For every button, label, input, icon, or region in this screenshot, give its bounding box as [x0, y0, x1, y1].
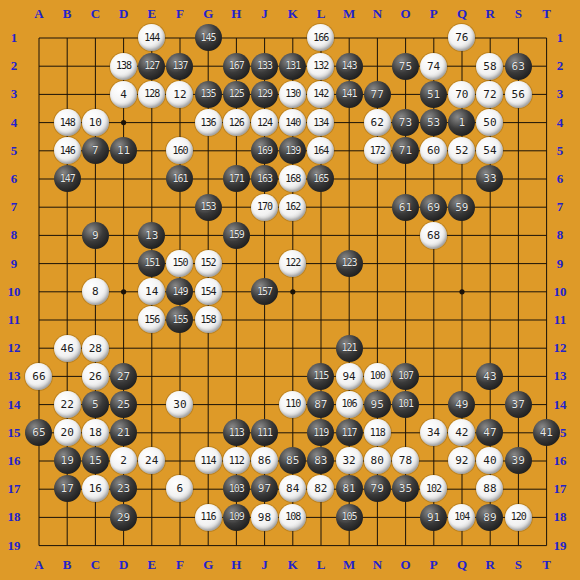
stone-white-move-84-K17[interactable]: 84 — [279, 475, 306, 502]
stone-white-move-94-M13[interactable]: 94 — [336, 363, 363, 390]
coord-label-right-14: 14 — [548, 397, 572, 413]
stone-black-move-129-J3[interactable]: 129 — [251, 81, 278, 108]
stone-black-move-103-H17[interactable]: 103 — [223, 475, 250, 502]
coord-label-left-4: 4 — [2, 115, 26, 131]
coord-label-left-18: 18 — [2, 509, 26, 525]
stone-white-move-172-N5[interactable]: 172 — [364, 137, 391, 164]
stone-white-move-156-E11[interactable]: 156 — [138, 306, 165, 333]
stone-white-move-146-B5[interactable]: 146 — [54, 137, 81, 164]
stone-white-move-40-R16[interactable]: 40 — [476, 447, 503, 474]
stone-black-move-153-G7[interactable]: 153 — [195, 194, 222, 221]
stone-white-move-52-Q5[interactable]: 52 — [448, 137, 475, 164]
coord-label-bottom-F: F — [168, 557, 192, 573]
coord-label-left-17: 17 — [2, 481, 26, 497]
stone-black-move-125-H3[interactable]: 125 — [223, 81, 250, 108]
stone-black-move-111-J15[interactable]: 111 — [251, 419, 278, 446]
stone-white-move-140-K4[interactable]: 140 — [279, 109, 306, 136]
coord-label-right-4: 4 — [548, 115, 572, 131]
coord-label-right-1: 1 — [548, 30, 572, 46]
stone-white-move-76-Q1[interactable]: 76 — [448, 24, 475, 51]
stone-white-move-154-G10[interactable]: 154 — [195, 278, 222, 305]
stone-white-move-160-F5[interactable]: 160 — [166, 137, 193, 164]
stone-white-move-92-Q16[interactable]: 92 — [448, 447, 475, 474]
stone-white-move-4-D3[interactable]: 4 — [110, 81, 137, 108]
coord-label-right-8: 8 — [548, 227, 572, 243]
stone-white-move-28-C12[interactable]: 28 — [82, 335, 109, 362]
stone-white-move-60-P5[interactable]: 60 — [420, 137, 447, 164]
stone-black-move-157-J10[interactable]: 157 — [251, 278, 278, 305]
stone-white-move-72-R3[interactable]: 72 — [476, 81, 503, 108]
stone-white-move-132-L2[interactable]: 132 — [307, 53, 334, 80]
coord-label-top-B: B — [55, 6, 79, 22]
stone-white-move-158-G11[interactable]: 158 — [195, 306, 222, 333]
stone-white-move-14-E10[interactable]: 14 — [138, 278, 165, 305]
stone-white-move-24-E16[interactable]: 24 — [138, 447, 165, 474]
coord-label-bottom-B: B — [55, 557, 79, 573]
stone-white-move-130-K3[interactable]: 130 — [279, 81, 306, 108]
stone-black-move-163-J6[interactable]: 163 — [251, 165, 278, 192]
coord-label-top-R: R — [478, 6, 502, 22]
stone-black-move-15-C16[interactable]: 15 — [82, 447, 109, 474]
coord-label-bottom-H: H — [224, 557, 248, 573]
coord-label-left-1: 1 — [2, 30, 26, 46]
stone-black-move-49-Q14[interactable]: 49 — [448, 391, 475, 418]
stone-white-move-144-E1[interactable]: 144 — [138, 24, 165, 51]
stone-black-move-143-M2[interactable]: 143 — [336, 53, 363, 80]
stone-black-move-115-L13[interactable]: 115 — [307, 363, 334, 390]
stone-white-move-12-F3[interactable]: 12 — [166, 81, 193, 108]
stone-black-move-79-N17[interactable]: 79 — [364, 475, 391, 502]
stone-white-move-124-J4[interactable]: 124 — [251, 109, 278, 136]
stone-white-move-58-R2[interactable]: 58 — [476, 53, 503, 80]
stone-white-move-138-D2[interactable]: 138 — [110, 53, 137, 80]
stone-white-move-120-S18[interactable]: 120 — [505, 504, 532, 531]
coord-label-bottom-S: S — [506, 557, 530, 573]
coord-label-bottom-E: E — [140, 557, 164, 573]
stone-black-move-75-O2[interactable]: 75 — [392, 53, 419, 80]
coord-label-top-D: D — [112, 6, 136, 22]
stone-black-move-87-L14[interactable]: 87 — [307, 391, 334, 418]
stone-black-move-43-R13[interactable]: 43 — [476, 363, 503, 390]
coord-label-bottom-T: T — [535, 557, 559, 573]
coord-label-right-19: 19 — [548, 538, 572, 554]
stone-black-move-9-C8[interactable]: 9 — [82, 222, 109, 249]
stone-black-move-159-H8[interactable]: 159 — [223, 222, 250, 249]
stone-white-move-114-G16[interactable]: 114 — [195, 447, 222, 474]
stone-black-move-25-D14[interactable]: 25 — [110, 391, 137, 418]
stone-white-move-116-G18[interactable]: 116 — [195, 504, 222, 531]
stone-black-move-121-M12[interactable]: 121 — [336, 335, 363, 362]
stone-white-move-148-B4[interactable]: 148 — [54, 109, 81, 136]
stone-white-move-42-Q15[interactable]: 42 — [448, 419, 475, 446]
stone-black-move-33-R6[interactable]: 33 — [476, 165, 503, 192]
stone-black-move-117-M15[interactable]: 117 — [336, 419, 363, 446]
stone-black-move-53-P4[interactable]: 53 — [420, 109, 447, 136]
coord-label-bottom-K: K — [281, 557, 305, 573]
coord-label-left-9: 9 — [2, 256, 26, 272]
stone-white-move-80-N16[interactable]: 80 — [364, 447, 391, 474]
stone-black-move-51-P3[interactable]: 51 — [420, 81, 447, 108]
stone-white-move-162-K7[interactable]: 162 — [279, 194, 306, 221]
stone-white-move-88-R17[interactable]: 88 — [476, 475, 503, 502]
stone-white-move-122-K9[interactable]: 122 — [279, 250, 306, 277]
coord-label-top-J: J — [253, 6, 277, 22]
stone-black-move-47-R15[interactable]: 47 — [476, 419, 503, 446]
stone-black-move-27-D13[interactable]: 27 — [110, 363, 137, 390]
stone-black-move-59-Q7[interactable]: 59 — [448, 194, 475, 221]
coord-label-right-10: 10 — [548, 284, 572, 300]
stone-black-move-169-J5[interactable]: 169 — [251, 137, 278, 164]
stone-white-move-166-L1[interactable]: 166 — [307, 24, 334, 51]
stone-black-move-147-B6[interactable]: 147 — [54, 165, 81, 192]
coord-label-bottom-N: N — [365, 557, 389, 573]
stone-black-move-65-A15[interactable]: 65 — [25, 419, 52, 446]
coord-label-left-2: 2 — [2, 58, 26, 74]
coord-label-left-11: 11 — [2, 312, 26, 328]
stone-white-move-98-J18[interactable]: 98 — [251, 504, 278, 531]
stone-black-move-109-H18[interactable]: 109 — [223, 504, 250, 531]
stone-black-move-11-D5[interactable]: 11 — [110, 137, 137, 164]
coord-label-top-P: P — [422, 6, 446, 22]
stone-white-move-26-C13[interactable]: 26 — [82, 363, 109, 390]
stone-black-move-141-M3[interactable]: 141 — [336, 81, 363, 108]
stone-white-move-56-S3[interactable]: 56 — [505, 81, 532, 108]
stone-white-move-20-B15[interactable]: 20 — [54, 419, 81, 446]
stone-black-move-77-N3[interactable]: 77 — [364, 81, 391, 108]
stone-black-move-145-G1[interactable]: 145 — [195, 24, 222, 51]
coord-label-top-N: N — [365, 6, 389, 22]
coord-label-top-H: H — [224, 6, 248, 22]
stone-white-move-106-M14[interactable]: 106 — [336, 391, 363, 418]
coord-label-right-12: 12 — [548, 340, 572, 356]
coord-label-left-19: 19 — [2, 538, 26, 554]
stone-black-move-155-F11[interactable]: 155 — [166, 306, 193, 333]
coord-label-bottom-M: M — [337, 557, 361, 573]
stone-black-move-39-S16[interactable]: 39 — [505, 447, 532, 474]
stone-black-move-63-S2[interactable]: 63 — [505, 53, 532, 80]
stone-white-move-18-C15[interactable]: 18 — [82, 419, 109, 446]
coord-label-left-15: 15 — [2, 425, 26, 441]
coord-label-left-16: 16 — [2, 453, 26, 469]
stone-white-move-104-Q18[interactable]: 104 — [448, 504, 475, 531]
coord-label-top-G: G — [196, 6, 220, 22]
coord-label-right-6: 6 — [548, 171, 572, 187]
stone-white-move-50-R4[interactable]: 50 — [476, 109, 503, 136]
stone-white-move-136-G4[interactable]: 136 — [195, 109, 222, 136]
stone-black-move-131-K2[interactable]: 131 — [279, 53, 306, 80]
stone-black-move-161-F6[interactable]: 161 — [166, 165, 193, 192]
coord-label-top-S: S — [506, 6, 530, 22]
stone-white-move-82-L17[interactable]: 82 — [307, 475, 334, 502]
stone-white-move-128-E3[interactable]: 128 — [138, 81, 165, 108]
stone-white-move-86-J16[interactable]: 86 — [251, 447, 278, 474]
coord-label-top-M: M — [337, 6, 361, 22]
go-board[interactable]: 1245678910111213141516171819202122232425… — [25, 24, 561, 560]
stone-black-move-17-B17[interactable]: 17 — [54, 475, 81, 502]
coord-label-top-T: T — [535, 6, 559, 22]
coord-label-bottom-L: L — [309, 557, 333, 573]
coord-label-top-E: E — [140, 6, 164, 22]
stone-black-move-41-T15[interactable]: 41 — [533, 419, 560, 446]
coord-label-top-C: C — [83, 6, 107, 22]
coord-label-right-18: 18 — [548, 509, 572, 525]
stone-black-move-73-O4[interactable]: 73 — [392, 109, 419, 136]
stone-black-move-107-O13[interactable]: 107 — [392, 363, 419, 390]
coord-label-bottom-R: R — [478, 557, 502, 573]
coord-label-right-7: 7 — [548, 199, 572, 215]
stone-black-move-149-F10[interactable]: 149 — [166, 278, 193, 305]
coord-label-right-13: 13 — [548, 368, 572, 384]
coord-label-bottom-C: C — [83, 557, 107, 573]
stone-black-move-7-C5[interactable]: 7 — [82, 137, 109, 164]
stone-white-move-126-H4[interactable]: 126 — [223, 109, 250, 136]
go-game-diagram: 1245678910111213141516171819202122232425… — [0, 0, 580, 580]
stone-white-move-112-H16[interactable]: 112 — [223, 447, 250, 474]
coord-label-right-3: 3 — [548, 86, 572, 102]
coord-label-bottom-G: G — [196, 557, 220, 573]
stone-white-move-10-C4[interactable]: 10 — [82, 109, 109, 136]
coord-label-top-Q: Q — [450, 6, 474, 22]
stone-white-move-68-P8[interactable]: 68 — [420, 222, 447, 249]
stone-white-move-100-N13[interactable]: 100 — [364, 363, 391, 390]
coord-label-left-7: 7 — [2, 199, 26, 215]
coord-label-left-10: 10 — [2, 284, 26, 300]
stone-black-move-85-K16[interactable]: 85 — [279, 447, 306, 474]
stone-black-move-69-P7[interactable]: 69 — [420, 194, 447, 221]
stone-black-move-35-O17[interactable]: 35 — [392, 475, 419, 502]
stone-black-move-19-B16[interactable]: 19 — [54, 447, 81, 474]
coord-label-bottom-J: J — [253, 557, 277, 573]
stone-white-move-66-A13[interactable]: 66 — [25, 363, 52, 390]
coord-label-left-12: 12 — [2, 340, 26, 356]
coord-label-right-11: 11 — [548, 312, 572, 328]
coord-label-left-13: 13 — [2, 368, 26, 384]
coord-label-right-17: 17 — [548, 481, 572, 497]
stone-black-move-89-R18[interactable]: 89 — [476, 504, 503, 531]
stone-white-move-110-K14[interactable]: 110 — [279, 391, 306, 418]
stone-black-move-13-E8[interactable]: 13 — [138, 222, 165, 249]
coord-label-bottom-A: A — [27, 557, 51, 573]
stone-white-move-134-L4[interactable]: 134 — [307, 109, 334, 136]
stone-white-move-46-B12[interactable]: 46 — [54, 335, 81, 362]
stone-black-move-23-D17[interactable]: 23 — [110, 475, 137, 502]
stone-black-move-167-H2[interactable]: 167 — [223, 53, 250, 80]
stone-black-move-83-L16[interactable]: 83 — [307, 447, 334, 474]
stone-black-move-1-Q4[interactable]: 1 — [448, 109, 475, 136]
coord-label-top-A: A — [27, 6, 51, 22]
stone-white-move-8-C10[interactable]: 8 — [82, 278, 109, 305]
stone-black-move-137-F2[interactable]: 137 — [166, 53, 193, 80]
coord-label-left-3: 3 — [2, 86, 26, 102]
stone-black-move-71-O5[interactable]: 71 — [392, 137, 419, 164]
stone-black-move-119-L15[interactable]: 119 — [307, 419, 334, 446]
stone-black-move-37-S14[interactable]: 37 — [505, 391, 532, 418]
stone-white-move-102-P17[interactable]: 102 — [420, 475, 447, 502]
coord-label-bottom-Q: Q — [450, 557, 474, 573]
coord-label-top-L: L — [309, 6, 333, 22]
stone-black-move-101-O14[interactable]: 101 — [392, 391, 419, 418]
stone-white-move-6-F17[interactable]: 6 — [166, 475, 193, 502]
stone-black-move-91-P18[interactable]: 91 — [420, 504, 447, 531]
stone-white-move-2-D16[interactable]: 2 — [110, 447, 137, 474]
stone-black-move-127-E2[interactable]: 127 — [138, 53, 165, 80]
stone-white-move-164-L5[interactable]: 164 — [307, 137, 334, 164]
coord-label-right-2: 2 — [548, 58, 572, 74]
stone-white-move-22-B14[interactable]: 22 — [54, 391, 81, 418]
stone-white-move-78-O16[interactable]: 78 — [392, 447, 419, 474]
stone-white-move-108-K18[interactable]: 108 — [279, 504, 306, 531]
coord-label-left-5: 5 — [2, 143, 26, 159]
stone-black-move-135-G3[interactable]: 135 — [195, 81, 222, 108]
coord-label-bottom-D: D — [112, 557, 136, 573]
coord-label-left-14: 14 — [2, 397, 26, 413]
stone-black-move-113-H15[interactable]: 113 — [223, 419, 250, 446]
stone-white-move-16-C17[interactable]: 16 — [82, 475, 109, 502]
stone-white-move-30-F14[interactable]: 30 — [166, 391, 193, 418]
stone-black-move-139-K5[interactable]: 139 — [279, 137, 306, 164]
coord-label-right-16: 16 — [548, 453, 572, 469]
stone-white-move-70-Q3[interactable]: 70 — [448, 81, 475, 108]
stone-white-move-142-L3[interactable]: 142 — [307, 81, 334, 108]
stone-black-move-97-J17[interactable]: 97 — [251, 475, 278, 502]
stone-black-move-123-M9[interactable]: 123 — [336, 250, 363, 277]
stone-white-move-34-P15[interactable]: 34 — [420, 419, 447, 446]
stone-black-move-21-D15[interactable]: 21 — [110, 419, 137, 446]
stone-black-move-151-E9[interactable]: 151 — [138, 250, 165, 277]
stone-black-move-81-M17[interactable]: 81 — [336, 475, 363, 502]
stone-white-move-150-F9[interactable]: 150 — [166, 250, 193, 277]
coord-label-top-F: F — [168, 6, 192, 22]
stone-white-move-74-P2[interactable]: 74 — [420, 53, 447, 80]
stone-white-move-62-N4[interactable]: 62 — [364, 109, 391, 136]
coord-label-bottom-O: O — [394, 557, 418, 573]
coord-label-left-6: 6 — [2, 171, 26, 187]
stone-white-move-168-K6[interactable]: 168 — [279, 165, 306, 192]
coord-label-top-K: K — [281, 6, 305, 22]
coord-label-top-O: O — [394, 6, 418, 22]
coord-label-right-9: 9 — [548, 256, 572, 272]
coord-label-left-8: 8 — [2, 227, 26, 243]
stone-black-move-29-D18[interactable]: 29 — [110, 504, 137, 531]
stone-white-move-152-G9[interactable]: 152 — [195, 250, 222, 277]
coord-label-right-5: 5 — [548, 143, 572, 159]
stone-white-move-170-J7[interactable]: 170 — [251, 194, 278, 221]
stone-white-move-54-R5[interactable]: 54 — [476, 137, 503, 164]
stone-black-move-105-M18[interactable]: 105 — [336, 504, 363, 531]
stone-black-move-5-C14[interactable]: 5 — [82, 391, 109, 418]
stone-black-move-171-H6[interactable]: 171 — [223, 165, 250, 192]
stone-white-move-32-M16[interactable]: 32 — [336, 447, 363, 474]
stone-black-move-133-J2[interactable]: 133 — [251, 53, 278, 80]
coord-label-bottom-P: P — [422, 557, 446, 573]
stone-black-move-165-L6[interactable]: 165 — [307, 165, 334, 192]
stone-black-move-61-O7[interactable]: 61 — [392, 194, 419, 221]
stone-black-move-95-N14[interactable]: 95 — [364, 391, 391, 418]
stone-white-move-118-N15[interactable]: 118 — [364, 419, 391, 446]
